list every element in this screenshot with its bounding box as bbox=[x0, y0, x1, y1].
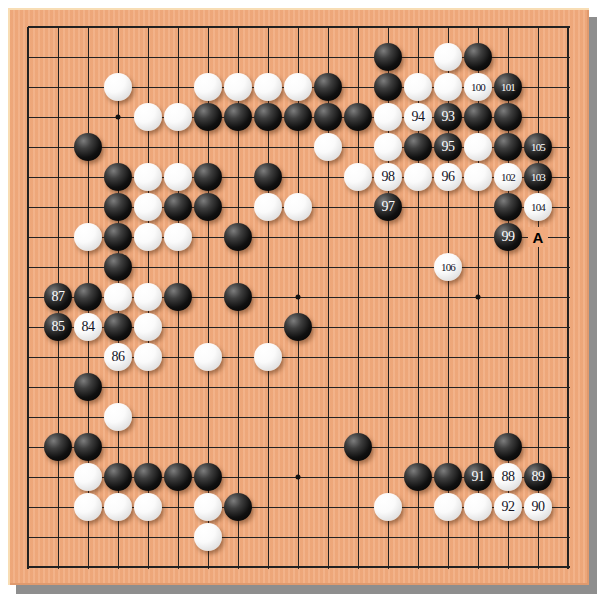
white-stone bbox=[134, 343, 162, 371]
black-stone bbox=[44, 433, 72, 461]
white-stone bbox=[134, 223, 162, 251]
page: 1001019493951059896102103971049910687858… bbox=[0, 0, 600, 600]
go-board[interactable]: 1001019493951059896102103971049910687858… bbox=[8, 8, 589, 585]
black-stone: 87 bbox=[44, 283, 72, 311]
black-stone bbox=[224, 103, 252, 131]
black-stone bbox=[104, 463, 132, 491]
white-stone bbox=[254, 343, 282, 371]
star-point bbox=[296, 475, 301, 480]
black-stone: 93 bbox=[434, 103, 462, 131]
black-stone bbox=[404, 463, 432, 491]
black-stone bbox=[344, 433, 372, 461]
white-stone bbox=[104, 403, 132, 431]
black-stone bbox=[104, 313, 132, 341]
white-stone bbox=[134, 103, 162, 131]
move-number: 103 bbox=[531, 172, 545, 183]
star-point bbox=[296, 295, 301, 300]
star-point bbox=[116, 115, 121, 120]
white-stone bbox=[374, 133, 402, 161]
black-stone bbox=[194, 193, 222, 221]
white-stone bbox=[194, 343, 222, 371]
white-stone bbox=[284, 193, 312, 221]
black-stone bbox=[494, 133, 522, 161]
move-number: 97 bbox=[382, 200, 395, 214]
white-stone bbox=[104, 73, 132, 101]
move-number: 101 bbox=[501, 82, 515, 93]
black-stone: 99 bbox=[494, 223, 522, 251]
black-stone: 85 bbox=[44, 313, 72, 341]
move-number: 99 bbox=[502, 230, 515, 244]
black-stone bbox=[284, 103, 312, 131]
black-stone bbox=[194, 463, 222, 491]
white-stone: 88 bbox=[494, 463, 522, 491]
black-stone bbox=[74, 373, 102, 401]
move-number: 89 bbox=[532, 470, 545, 484]
white-stone bbox=[104, 283, 132, 311]
grid-line-horizontal bbox=[28, 447, 570, 448]
black-stone bbox=[104, 253, 132, 281]
white-stone bbox=[164, 223, 192, 251]
black-stone: 97 bbox=[374, 193, 402, 221]
black-stone bbox=[464, 43, 492, 71]
white-stone bbox=[464, 163, 492, 191]
white-stone bbox=[134, 193, 162, 221]
black-stone bbox=[164, 283, 192, 311]
black-stone bbox=[344, 103, 372, 131]
black-stone bbox=[164, 193, 192, 221]
white-stone bbox=[74, 493, 102, 521]
white-stone: 92 bbox=[494, 493, 522, 521]
grid-line-vertical bbox=[27, 27, 29, 569]
white-stone bbox=[134, 283, 162, 311]
black-stone bbox=[254, 103, 282, 131]
black-stone bbox=[194, 163, 222, 191]
black-stone bbox=[104, 193, 132, 221]
white-stone bbox=[404, 73, 432, 101]
black-stone: 89 bbox=[524, 463, 552, 491]
black-stone bbox=[494, 193, 522, 221]
black-stone bbox=[314, 73, 342, 101]
white-stone bbox=[164, 103, 192, 131]
white-stone bbox=[224, 73, 252, 101]
white-stone bbox=[464, 493, 492, 521]
white-stone bbox=[404, 163, 432, 191]
black-stone: 105 bbox=[524, 133, 552, 161]
grid-line-horizontal bbox=[28, 26, 570, 28]
black-stone bbox=[374, 43, 402, 71]
grid-line-horizontal bbox=[28, 387, 570, 388]
move-number: 84 bbox=[82, 320, 95, 334]
white-stone: 94 bbox=[404, 103, 432, 131]
black-stone bbox=[224, 493, 252, 521]
white-stone bbox=[314, 133, 342, 161]
white-stone bbox=[254, 193, 282, 221]
black-stone: 103 bbox=[524, 163, 552, 191]
black-stone bbox=[194, 103, 222, 131]
black-stone bbox=[284, 313, 312, 341]
white-stone: 104 bbox=[524, 193, 552, 221]
white-stone: 96 bbox=[434, 163, 462, 191]
white-stone bbox=[374, 493, 402, 521]
white-stone bbox=[434, 493, 462, 521]
move-number: 106 bbox=[441, 262, 455, 273]
white-stone: 90 bbox=[524, 493, 552, 521]
black-stone: 91 bbox=[464, 463, 492, 491]
black-stone bbox=[314, 103, 342, 131]
move-number: 91 bbox=[472, 470, 485, 484]
white-stone bbox=[134, 163, 162, 191]
black-stone: 101 bbox=[494, 73, 522, 101]
black-stone bbox=[74, 283, 102, 311]
black-stone bbox=[74, 433, 102, 461]
black-stone bbox=[494, 433, 522, 461]
white-stone bbox=[434, 73, 462, 101]
move-number: 96 bbox=[442, 170, 455, 184]
white-stone bbox=[74, 223, 102, 251]
grid-line-horizontal bbox=[28, 566, 570, 568]
white-stone bbox=[194, 523, 222, 551]
black-stone bbox=[104, 223, 132, 251]
white-stone: 84 bbox=[74, 313, 102, 341]
black-stone bbox=[464, 103, 492, 131]
white-stone bbox=[104, 493, 132, 521]
black-stone bbox=[494, 103, 522, 131]
white-stone: 98 bbox=[374, 163, 402, 191]
white-stone bbox=[464, 133, 492, 161]
move-number: 100 bbox=[471, 82, 485, 93]
white-stone bbox=[74, 463, 102, 491]
move-number: 87 bbox=[52, 290, 65, 304]
move-number: 98 bbox=[382, 170, 395, 184]
white-stone: 86 bbox=[104, 343, 132, 371]
move-number: 94 bbox=[412, 110, 425, 124]
white-stone: 102 bbox=[494, 163, 522, 191]
move-number: 104 bbox=[531, 202, 545, 213]
white-stone: 100 bbox=[464, 73, 492, 101]
black-stone bbox=[134, 463, 162, 491]
black-stone bbox=[254, 163, 282, 191]
white-stone bbox=[344, 163, 372, 191]
white-stone bbox=[194, 493, 222, 521]
move-number: 88 bbox=[502, 470, 515, 484]
black-stone bbox=[74, 133, 102, 161]
white-stone bbox=[254, 73, 282, 101]
move-number: 95 bbox=[442, 140, 455, 154]
white-stone bbox=[284, 73, 312, 101]
black-stone bbox=[404, 133, 432, 161]
move-number: 93 bbox=[442, 110, 455, 124]
white-stone bbox=[194, 73, 222, 101]
black-stone bbox=[374, 73, 402, 101]
white-stone bbox=[434, 43, 462, 71]
white-stone bbox=[374, 103, 402, 131]
point-label-A: A bbox=[528, 227, 548, 247]
black-stone bbox=[164, 463, 192, 491]
grid-line-vertical bbox=[567, 27, 569, 569]
star-point bbox=[476, 295, 481, 300]
black-stone: 95 bbox=[434, 133, 462, 161]
white-stone bbox=[164, 163, 192, 191]
move-number: 86 bbox=[112, 350, 125, 364]
white-stone bbox=[134, 313, 162, 341]
move-number: 90 bbox=[532, 500, 545, 514]
move-number: 102 bbox=[501, 172, 515, 183]
white-stone bbox=[134, 493, 162, 521]
grid-line-horizontal bbox=[28, 537, 570, 538]
black-stone bbox=[224, 283, 252, 311]
white-stone: 106 bbox=[434, 253, 462, 281]
move-number: 92 bbox=[502, 500, 515, 514]
black-stone bbox=[104, 163, 132, 191]
black-stone bbox=[434, 463, 462, 491]
black-stone bbox=[224, 223, 252, 251]
move-number: 105 bbox=[531, 142, 545, 153]
move-number: 85 bbox=[52, 320, 65, 334]
